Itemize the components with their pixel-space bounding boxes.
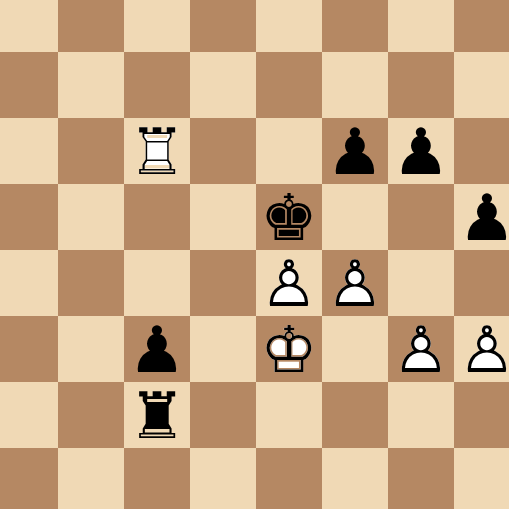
square-f5[interactable] — [322, 184, 388, 250]
square-a1[interactable] — [0, 448, 58, 509]
white-pawn[interactable]: ♟♙ — [322, 250, 388, 316]
rook-solid-glyph: ♜ — [124, 383, 190, 449]
white-pawn[interactable]: ♟♙ — [256, 250, 322, 316]
chessboard[interactable]: ♜♖♟♟♚♟♟♙♟♙♟♚♔♟♙♟♙♜ — [0, 0, 509, 509]
black-king[interactable]: ♚ — [256, 184, 322, 250]
square-h3[interactable]: ♟♙ — [454, 316, 509, 382]
square-d8[interactable] — [190, 0, 256, 52]
chessboard-viewport: ♜♖♟♟♚♟♟♙♟♙♟♚♔♟♙♟♙♜ — [0, 0, 509, 509]
black-rook[interactable]: ♜ — [124, 382, 190, 448]
square-h6[interactable] — [454, 118, 509, 184]
square-e5[interactable]: ♚ — [256, 184, 322, 250]
black-pawn[interactable]: ♟ — [322, 118, 388, 184]
square-g7[interactable] — [388, 52, 454, 118]
square-e8[interactable] — [256, 0, 322, 52]
king-solid-glyph: ♚ — [256, 185, 322, 251]
square-g5[interactable] — [388, 184, 454, 250]
square-b5[interactable] — [58, 184, 124, 250]
square-c5[interactable] — [124, 184, 190, 250]
pawn-solid-glyph: ♟ — [454, 185, 509, 251]
square-d4[interactable] — [190, 250, 256, 316]
square-a2[interactable] — [0, 382, 58, 448]
square-g1[interactable] — [388, 448, 454, 509]
square-d3[interactable] — [190, 316, 256, 382]
pawn-outline-glyph: ♙ — [388, 317, 454, 383]
square-g8[interactable] — [388, 0, 454, 52]
square-b6[interactable] — [58, 118, 124, 184]
square-c4[interactable] — [124, 250, 190, 316]
square-d7[interactable] — [190, 52, 256, 118]
square-b1[interactable] — [58, 448, 124, 509]
pawn-solid-glyph: ♟ — [388, 119, 454, 185]
white-pawn[interactable]: ♟♙ — [388, 316, 454, 382]
square-g3[interactable]: ♟♙ — [388, 316, 454, 382]
square-f4[interactable]: ♟♙ — [322, 250, 388, 316]
square-a3[interactable] — [0, 316, 58, 382]
white-rook[interactable]: ♜♖ — [124, 118, 190, 184]
square-b8[interactable] — [58, 0, 124, 52]
pawn-outline-glyph: ♙ — [322, 251, 388, 317]
rook-outline-glyph: ♖ — [124, 119, 190, 185]
square-f8[interactable] — [322, 0, 388, 52]
square-g2[interactable] — [388, 382, 454, 448]
square-e7[interactable] — [256, 52, 322, 118]
square-a4[interactable] — [0, 250, 58, 316]
black-pawn[interactable]: ♟ — [124, 316, 190, 382]
pawn-outline-glyph: ♙ — [256, 251, 322, 317]
square-e2[interactable] — [256, 382, 322, 448]
square-g4[interactable] — [388, 250, 454, 316]
square-a5[interactable] — [0, 184, 58, 250]
square-d2[interactable] — [190, 382, 256, 448]
square-f1[interactable] — [322, 448, 388, 509]
square-f7[interactable] — [322, 52, 388, 118]
square-d6[interactable] — [190, 118, 256, 184]
square-a8[interactable] — [0, 0, 58, 52]
square-h2[interactable] — [454, 382, 509, 448]
square-h5[interactable]: ♟ — [454, 184, 509, 250]
square-e3[interactable]: ♚♔ — [256, 316, 322, 382]
square-c6[interactable]: ♜♖ — [124, 118, 190, 184]
square-c8[interactable] — [124, 0, 190, 52]
square-b4[interactable] — [58, 250, 124, 316]
square-f2[interactable] — [322, 382, 388, 448]
square-h4[interactable] — [454, 250, 509, 316]
white-king[interactable]: ♚♔ — [256, 316, 322, 382]
square-a6[interactable] — [0, 118, 58, 184]
square-f6[interactable]: ♟ — [322, 118, 388, 184]
black-pawn[interactable]: ♟ — [454, 184, 509, 250]
pawn-solid-glyph: ♟ — [322, 119, 388, 185]
square-f3[interactable] — [322, 316, 388, 382]
square-a7[interactable] — [0, 52, 58, 118]
king-outline-glyph: ♔ — [256, 317, 322, 383]
pawn-solid-glyph: ♟ — [124, 317, 190, 383]
square-b2[interactable] — [58, 382, 124, 448]
square-h1[interactable] — [454, 448, 509, 509]
square-h7[interactable] — [454, 52, 509, 118]
square-c7[interactable] — [124, 52, 190, 118]
square-e1[interactable] — [256, 448, 322, 509]
square-g6[interactable]: ♟ — [388, 118, 454, 184]
square-e4[interactable]: ♟♙ — [256, 250, 322, 316]
square-d5[interactable] — [190, 184, 256, 250]
square-e6[interactable] — [256, 118, 322, 184]
square-c3[interactable]: ♟ — [124, 316, 190, 382]
square-h8[interactable] — [454, 0, 509, 52]
pawn-outline-glyph: ♙ — [454, 317, 509, 383]
square-b3[interactable] — [58, 316, 124, 382]
square-d1[interactable] — [190, 448, 256, 509]
square-c1[interactable] — [124, 448, 190, 509]
white-pawn[interactable]: ♟♙ — [454, 316, 509, 382]
square-c2[interactable]: ♜ — [124, 382, 190, 448]
black-pawn[interactable]: ♟ — [388, 118, 454, 184]
square-b7[interactable] — [58, 52, 124, 118]
